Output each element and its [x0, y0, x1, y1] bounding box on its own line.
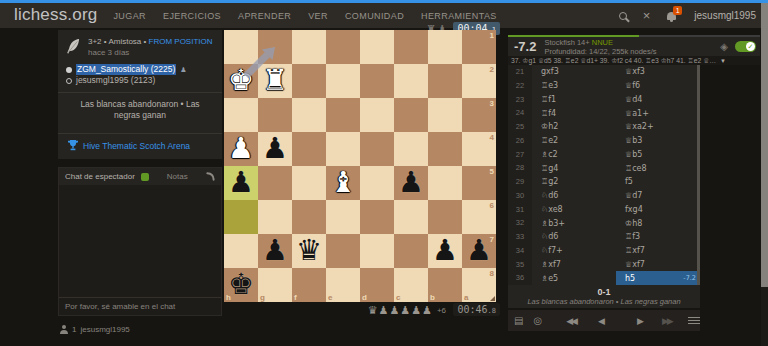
- move-white[interactable]: ♖f4: [532, 109, 616, 118]
- square-c2[interactable]: [394, 64, 428, 98]
- move-row-27: 27♗c2♕b5: [508, 148, 700, 162]
- square-g7[interactable]: ♟: [258, 234, 292, 268]
- move-row-29: 29♖g2f5: [508, 175, 700, 189]
- chat-input[interactable]: Por favor, sé amable en el chat: [59, 297, 221, 315]
- move-row-36: 36♗e5h5-7.2: [508, 271, 700, 285]
- game-date: hace 3 días: [88, 47, 213, 58]
- square-f2[interactable]: [292, 64, 326, 98]
- move-black[interactable]: ♕d4: [616, 95, 700, 104]
- engine-toggle[interactable]: ✓: [735, 41, 756, 52]
- tournament-link[interactable]: Hive Thematic Scotch Arena: [66, 134, 214, 159]
- notifications-button[interactable]: 1: [666, 10, 678, 22]
- game-info-box: 3+2 • Amistosa • FROM POSITION hace 3 dí…: [58, 30, 222, 159]
- square-f7[interactable]: ♛: [292, 234, 326, 268]
- square-b4[interactable]: [428, 132, 462, 166]
- rank-label-5: 5: [490, 167, 494, 176]
- move-number: 29: [508, 175, 532, 189]
- file-label-d: d: [362, 293, 367, 302]
- move-number: 30: [508, 189, 532, 203]
- player-black-link[interactable]: jesusmgl1995 (2123): [76, 75, 155, 86]
- square-c6[interactable]: [394, 200, 428, 234]
- square-b3[interactable]: [428, 98, 462, 132]
- nav-item-jugar[interactable]: JUGAR: [113, 11, 146, 21]
- move-white[interactable]: gxf3: [532, 67, 616, 76]
- white-color-icon: [66, 67, 72, 73]
- move-black[interactable]: ♔h8: [616, 219, 700, 228]
- sidebar: 3+2 • Amistosa • FROM POSITION hace 3 dí…: [58, 30, 222, 334]
- rank-label-2: 2: [490, 65, 494, 74]
- square-e5[interactable]: ♝: [326, 166, 360, 200]
- nav-right: × 1 jesusmgl1995: [619, 10, 768, 22]
- move-black[interactable]: ♖f3: [616, 232, 700, 241]
- move-row-32: 32♗b3+♔h8: [508, 216, 700, 230]
- from-position-label: FROM POSITION: [149, 37, 213, 46]
- engine-name: Stockfish 14+ NNUE: [544, 38, 656, 47]
- captured-by-black: ♛♟♟♟♟♟ +6: [368, 304, 446, 317]
- square-f3[interactable]: [292, 98, 326, 132]
- spectator-name[interactable]: jesusmgl1995: [80, 325, 129, 334]
- chat-header: Chat de espectador Notas: [59, 168, 221, 185]
- square-h4[interactable]: ♟: [224, 132, 258, 166]
- move-black[interactable]: f5: [616, 177, 700, 186]
- move-white[interactable]: ♗xf7: [532, 260, 616, 269]
- pv-line[interactable]: 37. ♔g1 ♕d5 38. ♖e2 ♕d1+ 39. ♔f2 c4 40. …: [508, 56, 760, 65]
- move-number: 25: [508, 120, 532, 134]
- white-king-h2[interactable]: ♚: [224, 64, 258, 98]
- square-g3[interactable]: [258, 98, 292, 132]
- square-b2[interactable]: [428, 64, 462, 98]
- square-h8[interactable]: ♚h: [224, 268, 258, 302]
- black-pawn-g7[interactable]: ♟: [258, 234, 292, 268]
- square-d6[interactable]: [360, 200, 394, 234]
- file-label-b: b: [430, 293, 435, 302]
- square-g8[interactable]: g: [258, 268, 292, 302]
- nav-item-ejercicios[interactable]: EJERCICIOS: [163, 11, 221, 21]
- rank-label-4: 4: [490, 133, 494, 142]
- nav-item-herramientas[interactable]: HERRAMIENTAS: [421, 11, 497, 21]
- move-row-31: 31♘xe8fxg4: [508, 203, 700, 217]
- nav-item-ver[interactable]: VER: [308, 11, 328, 21]
- square-a2[interactable]: 2: [462, 64, 496, 98]
- navbar: lichess.org JUGAREJERCICIOSAPRENDERVERCO…: [0, 3, 768, 28]
- square-d7[interactable]: [360, 234, 394, 268]
- nav-item-aprender[interactable]: APRENDER: [238, 11, 291, 21]
- move-black[interactable]: ♖ce8: [616, 164, 700, 173]
- square-a7[interactable]: ♟7: [462, 234, 496, 268]
- square-h5[interactable]: ♟: [224, 166, 258, 200]
- square-f4[interactable]: [292, 132, 326, 166]
- game-meta-line: 3+2 • Amistosa • FROM POSITION: [88, 36, 213, 47]
- move-white[interactable]: ♖g4: [532, 164, 616, 173]
- square-e2[interactable]: [326, 64, 360, 98]
- move-black[interactable]: ♕f6: [616, 81, 700, 90]
- square-c1[interactable]: [394, 30, 428, 64]
- square-g6[interactable]: [258, 200, 292, 234]
- move-number: 28: [508, 161, 532, 175]
- nav-menu: JUGAREJERCICIOSAPRENDERVERCOMUNIDADHERRA…: [113, 11, 496, 21]
- pv-expand-icon[interactable]: ▼: [720, 58, 726, 64]
- square-b7[interactable]: ♟: [428, 234, 462, 268]
- move-black[interactable]: ♕xa2+: [616, 122, 700, 131]
- move-number: 32: [508, 216, 532, 230]
- move-black-active[interactable]: h5-7.2: [616, 271, 700, 285]
- engine-eval-box: -7.2 Stockfish 14+ NNUE Profundidad: 14/…: [508, 35, 760, 56]
- engine-progress-bar: [508, 35, 760, 37]
- notification-badge: 1: [673, 6, 682, 15]
- lichess-logo[interactable]: lichess.org: [0, 5, 113, 27]
- file-label-h: h: [226, 293, 231, 302]
- rank-label-8: 8: [490, 269, 494, 278]
- move-white[interactable]: ♗e5: [532, 274, 616, 283]
- rank-label-7: 7: [490, 235, 494, 244]
- square-d1[interactable]: [360, 30, 394, 64]
- rank-label-1: 1: [490, 31, 494, 40]
- go-previous-button[interactable]: ◀: [598, 316, 605, 326]
- file-label-f: f: [294, 293, 297, 302]
- square-e7[interactable]: [326, 234, 360, 268]
- nav-item-comunidad[interactable]: COMUNIDAD: [345, 11, 404, 21]
- square-e6[interactable]: [326, 200, 360, 234]
- square-g4[interactable]: ♟: [258, 132, 292, 166]
- white-rook-g2[interactable]: ♜: [258, 64, 292, 98]
- square-f5[interactable]: [292, 166, 326, 200]
- square-a6[interactable]: 6: [462, 200, 496, 234]
- move-row-25: 25♔h2♕xa2+: [508, 120, 700, 134]
- chat-toggle[interactable]: [141, 173, 149, 181]
- analysis-controls: ▤ ◎ ◀◀ ◀ ▶ ▶▶: [508, 310, 700, 331]
- move-row-23: 23♖f1♕d4: [508, 93, 700, 107]
- move-black[interactable]: ♖xf7: [616, 246, 700, 255]
- square-b5[interactable]: [428, 166, 462, 200]
- threat-icon[interactable]: ◈: [720, 41, 728, 52]
- black-clock: 00:46.8: [453, 303, 500, 316]
- move-white[interactable]: ♘xe8: [532, 205, 616, 214]
- move-white[interactable]: ♖e3: [532, 81, 616, 90]
- board-container: 1♚♜23♟♟4♟♝♟56♟♛♟♟7♚hgfedcba8: [224, 30, 496, 302]
- move-black[interactable]: ♕xf3: [616, 67, 700, 76]
- square-e3[interactable]: [326, 98, 360, 132]
- square-a4[interactable]: 4: [462, 132, 496, 166]
- square-e4[interactable]: [326, 132, 360, 166]
- sidebar-result-text: Las blancas abandonaron • Las negras gan…: [66, 93, 214, 127]
- file-label-e: e: [328, 293, 332, 302]
- move-number: 31: [508, 203, 532, 217]
- spectator-count: 1: [72, 325, 76, 334]
- square-a3[interactable]: 3: [462, 98, 496, 132]
- square-h6[interactable]: [224, 200, 258, 234]
- square-f1[interactable]: [292, 30, 326, 64]
- move-white[interactable]: ♗b3+: [532, 219, 616, 228]
- go-next-button[interactable]: ▶: [637, 316, 644, 326]
- move-row-33: 33♘d6♖f3: [508, 230, 700, 244]
- rank-label-3: 3: [490, 99, 494, 108]
- player-white-link[interactable]: ZGM_Samostically (2225): [76, 64, 176, 75]
- square-a1[interactable]: 1: [462, 30, 496, 64]
- eval-score: -7.2: [514, 39, 536, 54]
- settings-icon[interactable]: ◎: [533, 315, 542, 326]
- move-number: 35: [508, 258, 532, 272]
- square-c5[interactable]: ♟: [394, 166, 428, 200]
- black-pawn-h5[interactable]: ♟: [224, 166, 258, 200]
- square-f8[interactable]: f: [292, 268, 326, 302]
- tournament-name: Hive Thematic Scotch Arena: [83, 141, 190, 151]
- move-list: 21gxf3♕xf322♖e3♕f623♖f1♕d424♖f4♕a1+25♔h2…: [508, 65, 700, 285]
- square-g5[interactable]: [258, 166, 292, 200]
- spectator-list: 1 jesusmgl1995: [58, 325, 222, 334]
- scrollbar-thumb[interactable]: [761, 3, 768, 287]
- square-g2[interactable]: ♜: [258, 64, 292, 98]
- move-number: 33: [508, 230, 532, 244]
- move-black[interactable]: fxg4: [616, 205, 700, 214]
- window-scrollbar[interactable]: [761, 3, 768, 346]
- trophy-icon: [68, 140, 78, 151]
- result-score: 0-1: [508, 285, 700, 297]
- move-black[interactable]: ♕b3: [616, 136, 700, 145]
- move-row-21: 21gxf3♕xf3: [508, 65, 700, 79]
- move-row-30: 30♘d6♕d7: [508, 189, 700, 203]
- black-pawn-g4[interactable]: ♟: [258, 132, 292, 166]
- chat-messages: [59, 185, 221, 297]
- move-row-26: 26♖e2♕b3: [508, 134, 700, 148]
- challenge-icon[interactable]: ×: [643, 11, 651, 21]
- move-row-34: 34♘f7+♖xf7: [508, 244, 700, 258]
- chess-board: 1♚♜23♟♟4♟♝♟56♟♛♟♟7♚hgfedcba8: [224, 30, 496, 302]
- player-badge-icon: ♟: [180, 64, 186, 75]
- move-row-35: 35♗xf7♕xf7: [508, 258, 700, 272]
- engine-depth: Profundidad: 14/22, 255k nodes/s: [544, 47, 656, 56]
- square-b8[interactable]: b: [428, 268, 462, 302]
- square-d3[interactable]: [360, 98, 394, 132]
- player-white-row: ZGM_Samostically (2225) ♟: [66, 64, 214, 75]
- move-number: 26: [508, 134, 532, 148]
- file-label-a: a: [464, 293, 468, 302]
- move-white[interactable]: ♘d6: [532, 232, 616, 241]
- tab-notes[interactable]: Notas: [167, 172, 188, 181]
- player-black-row: jesusmgl1995 (2123): [66, 75, 214, 86]
- phone-icon[interactable]: [206, 172, 215, 181]
- result-block: 0-1 Las blancas abandonaron • Las negras…: [508, 285, 700, 308]
- move-white[interactable]: ♔h2: [532, 122, 616, 131]
- square-b6[interactable]: [428, 200, 462, 234]
- move-number: 34: [508, 244, 532, 258]
- square-a5[interactable]: 5: [462, 166, 496, 200]
- square-g1[interactable]: [258, 30, 292, 64]
- black-queen-f7[interactable]: ♛: [292, 234, 326, 268]
- menu-icon[interactable]: [688, 315, 700, 326]
- square-f6[interactable]: [292, 200, 326, 234]
- move-number: 24: [508, 106, 532, 120]
- board-resize-handle[interactable]: [490, 296, 495, 301]
- person-icon: [60, 325, 68, 334]
- move-white[interactable]: ♗c2: [532, 150, 616, 159]
- black-pawn-b7[interactable]: ♟: [428, 234, 462, 268]
- square-d2[interactable]: [360, 64, 394, 98]
- move-white[interactable]: ♖g2: [532, 177, 616, 186]
- result-description: Las blancas abandonaron • Las negras gan…: [508, 297, 700, 306]
- move-eval: -7.2: [683, 274, 696, 282]
- move-black[interactable]: ♕a1+: [616, 109, 700, 118]
- go-last-button[interactable]: ▶▶: [662, 316, 672, 326]
- square-e8[interactable]: e: [326, 268, 360, 302]
- move-row-28: 28♖g4♖ce8: [508, 161, 700, 175]
- move-row-22: 22♖e3♕f6: [508, 79, 700, 93]
- black-pawn-c5[interactable]: ♟: [394, 166, 428, 200]
- square-h2[interactable]: ♚: [224, 64, 258, 98]
- move-white[interactable]: ♖e2: [532, 136, 616, 145]
- white-bishop-e5[interactable]: ♝: [326, 166, 360, 200]
- square-d4[interactable]: [360, 132, 394, 166]
- square-c8[interactable]: c: [394, 268, 428, 302]
- square-c3[interactable]: [394, 98, 428, 132]
- move-black[interactable]: ♕xf7: [616, 260, 700, 269]
- move-row-24: 24♖f4♕a1+: [508, 106, 700, 120]
- analysis-board-icon[interactable]: ▤: [514, 315, 523, 326]
- square-e1[interactable]: [326, 30, 360, 64]
- move-black[interactable]: ♕d7: [616, 191, 700, 200]
- square-h7[interactable]: [224, 234, 258, 268]
- toggle-knob: ✓: [746, 42, 755, 51]
- material-advantage: +6: [437, 306, 446, 315]
- square-d8[interactable]: d: [360, 268, 394, 302]
- move-white[interactable]: ♘d6: [532, 191, 616, 200]
- square-b1[interactable]: [428, 30, 462, 64]
- move-number: 22: [508, 79, 532, 93]
- file-label-g: g: [260, 293, 265, 302]
- move-list-scrollbar[interactable]: [697, 65, 700, 285]
- move-number: 21: [508, 65, 532, 79]
- file-label-c: c: [396, 293, 400, 302]
- feather-icon: [66, 38, 81, 55]
- square-h3[interactable]: [224, 98, 258, 132]
- move-white[interactable]: ♖f1: [532, 95, 616, 104]
- square-c4[interactable]: [394, 132, 428, 166]
- move-number: 23: [508, 93, 532, 107]
- move-number: 27: [508, 148, 532, 162]
- chat-box: Chat de espectador Notas Por favor, sé a…: [58, 167, 222, 316]
- square-h1[interactable]: [224, 30, 258, 64]
- square-d5[interactable]: [360, 166, 394, 200]
- move-white[interactable]: ♘f7+: [532, 246, 616, 255]
- square-c7[interactable]: [394, 234, 428, 268]
- black-color-icon: [66, 78, 72, 84]
- move-number: 36: [508, 271, 532, 285]
- move-black[interactable]: ♕b5: [616, 150, 700, 159]
- go-first-button[interactable]: ◀◀: [566, 316, 576, 326]
- search-icon[interactable]: [619, 12, 627, 20]
- username-menu[interactable]: jesusmgl1995: [694, 10, 760, 21]
- tab-spectator-chat[interactable]: Chat de espectador: [65, 172, 135, 181]
- white-pawn-h4[interactable]: ♟: [224, 132, 258, 166]
- rank-label-6: 6: [490, 201, 494, 210]
